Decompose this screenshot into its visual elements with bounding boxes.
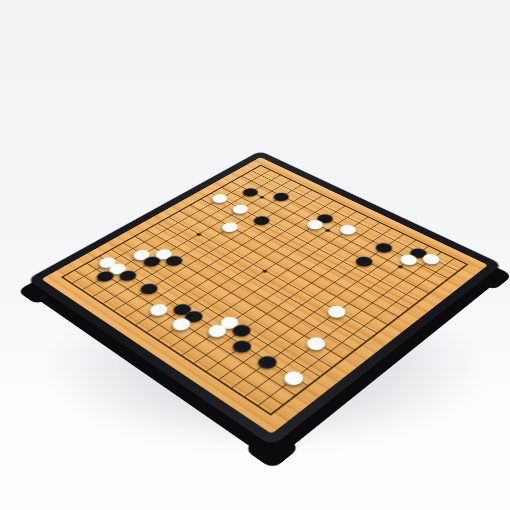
star-point [261, 269, 268, 273]
white-stone[interactable]: ● [276, 365, 314, 391]
white-stone[interactable]: ● [216, 218, 248, 236]
white-stone[interactable]: ● [333, 220, 365, 238]
black-stone[interactable]: ● [369, 237, 402, 256]
star-point [397, 264, 404, 268]
white-stone[interactable]: ● [321, 300, 357, 323]
star-point [324, 228, 331, 232]
black-stone[interactable]: ● [267, 188, 298, 205]
black-stone[interactable]: ● [247, 211, 279, 229]
white-stone[interactable]: ● [206, 190, 237, 207]
black-stone[interactable]: ● [250, 349, 288, 374]
product-photo-canvas: { "game": "go", "scene_description": "ov… [0, 0, 510, 510]
black-stone[interactable]: ● [134, 277, 169, 298]
white-stone[interactable]: ● [143, 298, 178, 320]
black-stone[interactable]: ● [225, 333, 262, 357]
white-stone[interactable]: ● [299, 331, 336, 355]
star-point [196, 232, 203, 236]
star-point [259, 195, 265, 198]
white-stone[interactable]: ● [226, 200, 257, 217]
black-stone[interactable]: ● [349, 251, 383, 271]
